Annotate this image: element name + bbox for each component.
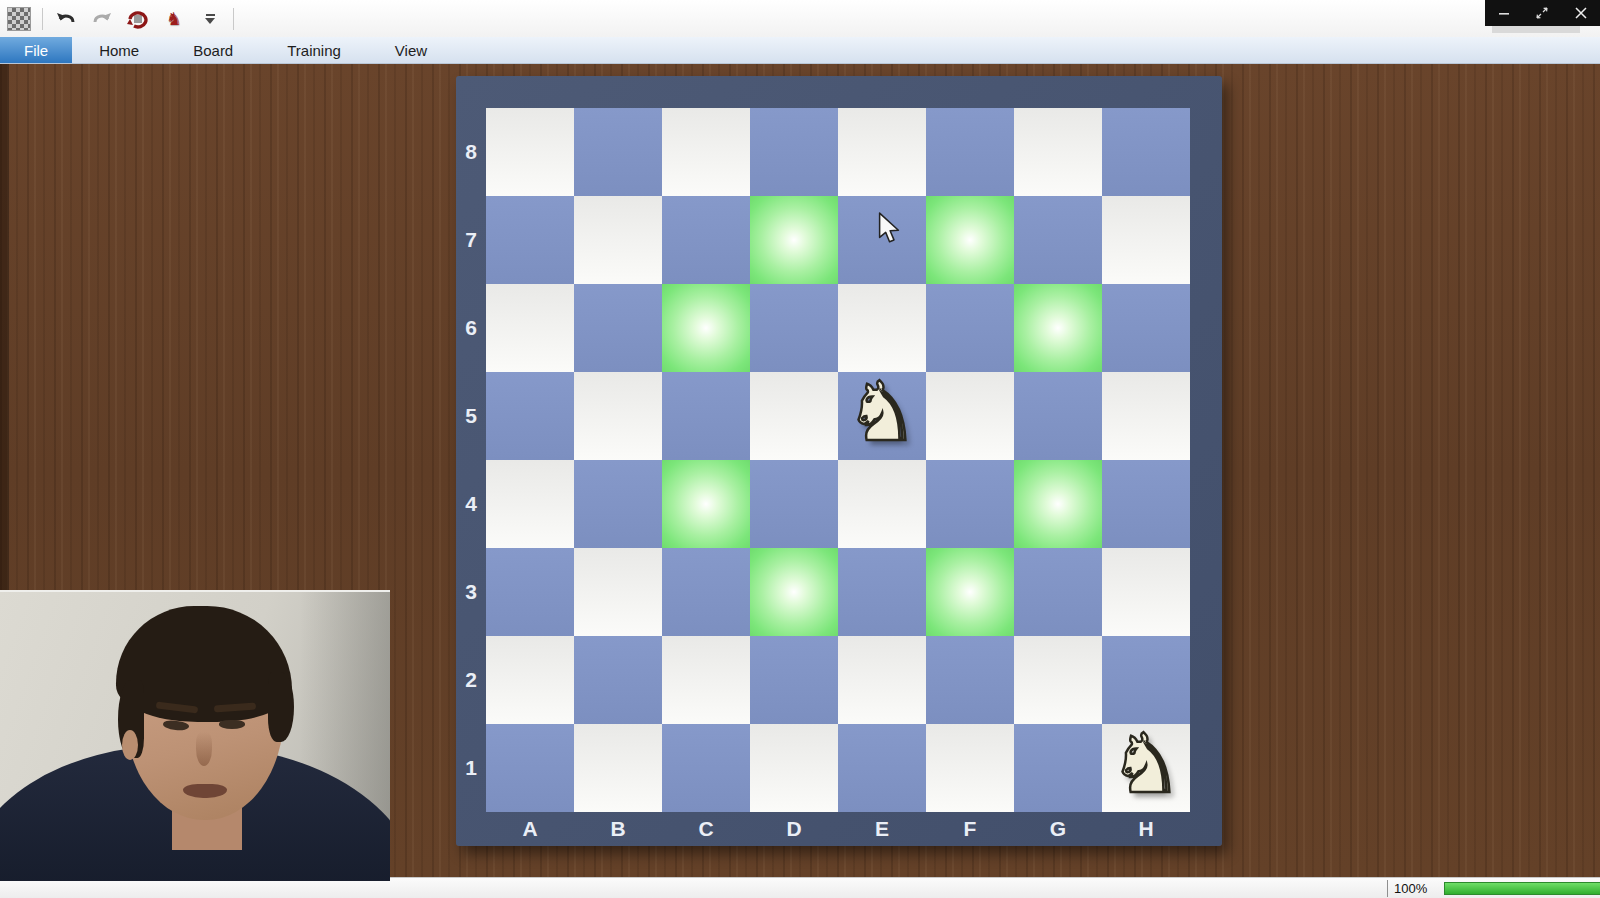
square-c1[interactable] xyxy=(662,724,750,812)
rank-label-3: 3 xyxy=(456,548,486,636)
red-knight-icon: ♞ xyxy=(166,10,182,28)
square-f8[interactable] xyxy=(926,108,1014,196)
square-e5[interactable]: ♞ xyxy=(838,372,926,460)
square-g5[interactable] xyxy=(1014,372,1102,460)
file-label-e: E xyxy=(838,812,926,846)
square-h2[interactable] xyxy=(1102,636,1190,724)
square-f7[interactable] xyxy=(926,196,1014,284)
minimize-button[interactable] xyxy=(1489,1,1519,25)
menu-item-file[interactable]: File xyxy=(0,37,72,63)
undo-button[interactable] xyxy=(53,6,79,32)
rank-label-7: 7 xyxy=(456,196,486,284)
square-c6[interactable] xyxy=(662,284,750,372)
file-label-g: G xyxy=(1014,812,1102,846)
rank-label-5: 5 xyxy=(456,372,486,460)
person-hair-right xyxy=(268,672,294,742)
square-f1[interactable] xyxy=(926,724,1014,812)
square-h6[interactable] xyxy=(1102,284,1190,372)
white-knight-h1[interactable]: ♞ xyxy=(1102,720,1190,808)
square-f5[interactable] xyxy=(926,372,1014,460)
toolbar-separator xyxy=(42,8,43,30)
square-a8[interactable] xyxy=(486,108,574,196)
square-b6[interactable] xyxy=(574,284,662,372)
square-e4[interactable] xyxy=(838,460,926,548)
menu-item-home[interactable]: Home xyxy=(72,37,166,63)
square-a5[interactable] xyxy=(486,372,574,460)
square-g6[interactable] xyxy=(1014,284,1102,372)
square-d2[interactable] xyxy=(750,636,838,724)
square-d1[interactable] xyxy=(750,724,838,812)
zoom-progress-bar[interactable] xyxy=(1444,882,1600,895)
minimize-icon xyxy=(1497,6,1511,20)
square-a7[interactable] xyxy=(486,196,574,284)
square-e2[interactable] xyxy=(838,636,926,724)
person-ear xyxy=(122,730,138,760)
square-a2[interactable] xyxy=(486,636,574,724)
app-board-icon[interactable] xyxy=(6,6,32,32)
person-nose xyxy=(196,732,212,766)
zoom-control[interactable]: 100% xyxy=(1387,878,1600,898)
square-b7[interactable] xyxy=(574,196,662,284)
square-g7[interactable] xyxy=(1014,196,1102,284)
ribbon-collapse-tab xyxy=(1492,26,1580,33)
redo-icon xyxy=(91,10,113,28)
rank-label-6: 6 xyxy=(456,284,486,372)
toolbar-options-button[interactable] xyxy=(197,6,223,32)
file-label-f: F xyxy=(926,812,1014,846)
square-e8[interactable] xyxy=(838,108,926,196)
menu-item-view[interactable]: View xyxy=(368,37,454,63)
square-f4[interactable] xyxy=(926,460,1014,548)
square-c8[interactable] xyxy=(662,108,750,196)
square-e6[interactable] xyxy=(838,284,926,372)
square-b3[interactable] xyxy=(574,548,662,636)
white-knight-e5[interactable]: ♞ xyxy=(838,368,926,456)
training-piece-button[interactable]: ♞ xyxy=(161,6,187,32)
close-icon xyxy=(1574,6,1588,20)
square-a3[interactable] xyxy=(486,548,574,636)
undo-icon xyxy=(55,10,77,28)
square-a6[interactable] xyxy=(486,284,574,372)
rank-label-4: 4 xyxy=(456,460,486,548)
square-d3[interactable] xyxy=(750,548,838,636)
square-h7[interactable] xyxy=(1102,196,1190,284)
square-d8[interactable] xyxy=(750,108,838,196)
file-label-b: B xyxy=(574,812,662,846)
mouse-cursor xyxy=(877,212,901,248)
square-h4[interactable] xyxy=(1102,460,1190,548)
square-c3[interactable] xyxy=(662,548,750,636)
quick-access-toolbar: ♞ xyxy=(0,0,1600,37)
file-label-c: C xyxy=(662,812,750,846)
square-d4[interactable] xyxy=(750,460,838,548)
square-d6[interactable] xyxy=(750,284,838,372)
zoom-level-label: 100% xyxy=(1394,881,1444,896)
restore-button[interactable] xyxy=(1527,1,1557,25)
file-labels: ABCDEFGH xyxy=(486,812,1190,846)
file-label-a: A xyxy=(486,812,574,846)
dropdown-icon xyxy=(205,14,215,24)
rank-label-8: 8 xyxy=(456,108,486,196)
window-controls xyxy=(1485,0,1600,26)
square-c4[interactable] xyxy=(662,460,750,548)
checkerboard-icon xyxy=(7,7,31,31)
square-g2[interactable] xyxy=(1014,636,1102,724)
menu-bar: FileHomeBoardTrainingView xyxy=(0,37,1600,64)
square-h1[interactable]: ♞ xyxy=(1102,724,1190,812)
rotate-board-button[interactable] xyxy=(125,6,151,32)
square-d5[interactable] xyxy=(750,372,838,460)
square-c5[interactable] xyxy=(662,372,750,460)
square-h5[interactable] xyxy=(1102,372,1190,460)
rank-label-1: 1 xyxy=(456,724,486,812)
chess-board: 87654321 ♞♞ ABCDEFGH xyxy=(456,76,1222,846)
square-f2[interactable] xyxy=(926,636,1014,724)
square-f3[interactable] xyxy=(926,548,1014,636)
square-f6[interactable] xyxy=(926,284,1014,372)
square-e1[interactable] xyxy=(838,724,926,812)
toolbar-separator xyxy=(233,8,234,30)
square-b8[interactable] xyxy=(574,108,662,196)
square-b1[interactable] xyxy=(574,724,662,812)
square-b2[interactable] xyxy=(574,636,662,724)
square-e3[interactable] xyxy=(838,548,926,636)
square-h8[interactable] xyxy=(1102,108,1190,196)
close-button[interactable] xyxy=(1566,1,1596,25)
restore-icon xyxy=(1535,6,1549,20)
status-divider xyxy=(1387,880,1388,897)
square-a4[interactable] xyxy=(486,460,574,548)
file-label-h: H xyxy=(1102,812,1190,846)
rank-label-2: 2 xyxy=(456,636,486,724)
square-c2[interactable] xyxy=(662,636,750,724)
square-b5[interactable] xyxy=(574,372,662,460)
square-d7[interactable] xyxy=(750,196,838,284)
menu-item-training[interactable]: Training xyxy=(260,37,368,63)
board-grid: ♞♞ xyxy=(486,108,1190,812)
rotate-red-icon xyxy=(126,8,150,30)
square-g3[interactable] xyxy=(1014,548,1102,636)
square-c7[interactable] xyxy=(662,196,750,284)
square-g8[interactable] xyxy=(1014,108,1102,196)
redo-button[interactable] xyxy=(89,6,115,32)
square-g1[interactable] xyxy=(1014,724,1102,812)
square-b4[interactable] xyxy=(574,460,662,548)
rank-labels: 87654321 xyxy=(456,108,486,812)
square-a1[interactable] xyxy=(486,724,574,812)
person-eye-right xyxy=(219,720,245,729)
square-g4[interactable] xyxy=(1014,460,1102,548)
file-label-d: D xyxy=(750,812,838,846)
webcam-overlay xyxy=(0,590,390,881)
menu-item-board[interactable]: Board xyxy=(166,37,260,63)
square-h3[interactable] xyxy=(1102,548,1190,636)
